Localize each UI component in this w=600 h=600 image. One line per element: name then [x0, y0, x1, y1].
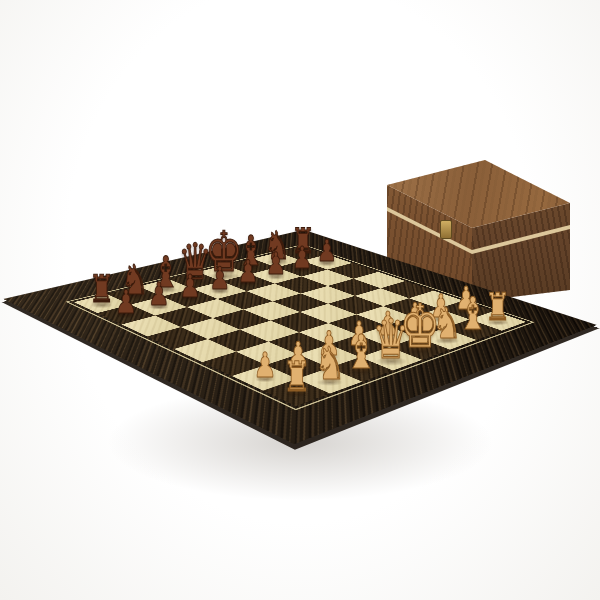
brass-clasp-icon: [440, 220, 452, 239]
chess-set-photo: ♜♞♝♛♚♝♞♜♟♟♟♟♟♟♟♟♟♟♟♟♟♟♟♟♜♞♝♛♚♞♝♜: [0, 0, 600, 600]
